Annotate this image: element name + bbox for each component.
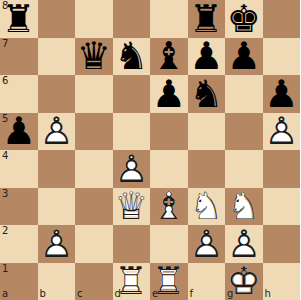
piece-glyph: ♙ [113,150,151,188]
square-e8[interactable] [150,0,188,38]
piece-glyph: ♙ [225,225,263,263]
file-label-c: c [77,289,83,299]
white-pawn: ♟♙ [113,150,151,188]
square-d5[interactable] [113,113,151,151]
rank-label-7: 7 [2,39,8,49]
square-c3[interactable] [75,188,113,226]
square-e6[interactable]: ♟ [150,75,188,113]
piece-glyph: ♞ [113,38,151,76]
square-h2[interactable] [263,225,301,263]
square-g7[interactable]: ♟ [225,38,263,76]
square-f5[interactable] [188,113,226,151]
square-e7[interactable]: ♝ [150,38,188,76]
piece-glyph: ♘ [225,188,263,226]
black-pawn: ♟ [225,38,263,76]
piece-glyph: ♙ [263,113,301,151]
square-d2[interactable] [113,225,151,263]
black-pawn: ♟ [150,75,188,113]
square-h7[interactable] [263,38,301,76]
file-label-e: e [152,289,158,299]
rank-label-2: 2 [2,226,8,236]
rank-label-6: 6 [2,76,8,86]
square-c2[interactable] [75,225,113,263]
square-h8[interactable] [263,0,301,38]
square-e5[interactable] [150,113,188,151]
square-f7[interactable]: ♟ [188,38,226,76]
piece-glyph: ♚ [225,0,263,38]
square-f3[interactable]: ♞♘ [188,188,226,226]
file-label-b: b [40,289,46,299]
black-queen: ♛ [75,38,113,76]
square-c5[interactable] [75,113,113,151]
square-b7[interactable] [38,38,76,76]
square-g8[interactable]: ♚ [225,0,263,38]
file-label-g: g [227,289,233,299]
black-knight: ♞ [188,75,226,113]
square-c6[interactable] [75,75,113,113]
black-pawn: ♟ [263,75,301,113]
square-d4[interactable]: ♟♙ [113,150,151,188]
piece-glyph: ♟ [188,38,226,76]
chess-board: ♜♜♚♛♞♝♟♟♟♞♟♟♟♙♟♙♟♙♛♕♝♗♞♘♞♘♟♙♟♙♟♙♜♖♜♖♚♔87… [0,0,300,300]
black-knight: ♞ [113,38,151,76]
square-d6[interactable] [113,75,151,113]
piece-glyph: ♗ [150,188,188,226]
square-b4[interactable] [38,150,76,188]
square-g4[interactable] [225,150,263,188]
rank-label-1: 1 [2,264,8,274]
white-pawn: ♟♙ [38,225,76,263]
file-label-d: d [115,289,121,299]
piece-glyph: ♙ [188,225,226,263]
white-pawn: ♟♙ [263,113,301,151]
square-g5[interactable] [225,113,263,151]
piece-glyph: ♕ [113,188,151,226]
square-b2[interactable]: ♟♙ [38,225,76,263]
white-queen: ♛♕ [113,188,151,226]
black-bishop: ♝ [150,38,188,76]
white-bishop: ♝♗ [150,188,188,226]
piece-glyph: ♘ [188,188,226,226]
piece-glyph: ♟ [263,75,301,113]
piece-glyph: ♞ [188,75,226,113]
piece-glyph: ♝ [150,38,188,76]
square-b3[interactable] [38,188,76,226]
piece-glyph: ♟ [225,38,263,76]
square-e2[interactable] [150,225,188,263]
rank-label-5: 5 [2,114,8,124]
square-f6[interactable]: ♞ [188,75,226,113]
square-c7[interactable]: ♛ [75,38,113,76]
square-d3[interactable]: ♛♕ [113,188,151,226]
piece-glyph: ♛ [75,38,113,76]
square-g3[interactable]: ♞♘ [225,188,263,226]
square-d8[interactable] [113,0,151,38]
white-knight: ♞♘ [188,188,226,226]
black-king: ♚ [225,0,263,38]
square-h4[interactable] [263,150,301,188]
rank-label-8: 8 [2,1,8,11]
square-b6[interactable] [38,75,76,113]
piece-glyph: ♙ [38,225,76,263]
square-h5[interactable]: ♟♙ [263,113,301,151]
black-pawn: ♟ [188,38,226,76]
square-e3[interactable]: ♝♗ [150,188,188,226]
square-g2[interactable]: ♟♙ [225,225,263,263]
square-c4[interactable] [75,150,113,188]
square-f4[interactable] [188,150,226,188]
square-e4[interactable] [150,150,188,188]
piece-glyph: ♜ [188,0,226,38]
square-f2[interactable]: ♟♙ [188,225,226,263]
square-d7[interactable]: ♞ [113,38,151,76]
rank-label-3: 3 [2,189,8,199]
file-label-f: f [190,289,194,299]
white-pawn: ♟♙ [188,225,226,263]
white-pawn: ♟♙ [38,113,76,151]
piece-glyph: ♙ [38,113,76,151]
file-label-a: a [2,289,8,299]
square-b8[interactable] [38,0,76,38]
white-pawn: ♟♙ [225,225,263,263]
square-h3[interactable] [263,188,301,226]
black-rook: ♜ [188,0,226,38]
white-knight: ♞♘ [225,188,263,226]
square-h6[interactable]: ♟ [263,75,301,113]
square-f1[interactable] [188,263,226,300]
square-b5[interactable]: ♟♙ [38,113,76,151]
square-c8[interactable] [75,0,113,38]
square-f8[interactable]: ♜ [188,0,226,38]
square-g6[interactable] [225,75,263,113]
file-label-h: h [265,289,271,299]
piece-glyph: ♟ [150,75,188,113]
rank-label-4: 4 [2,151,8,161]
